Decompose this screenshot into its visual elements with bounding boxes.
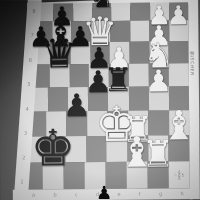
chessboard: ♙♘♙♗♙ 87654321 abcdefgh ⒻFISCHER ♞♟♟♟♟♝♟… xyxy=(0,0,200,200)
piece-white-pawn-g4[interactable]: ♟ xyxy=(143,66,173,96)
piece-black-king-b1[interactable]: ♚ xyxy=(28,124,78,174)
photo-scene: ♙♘♙♗♙ 87654321 abcdefgh ⒻFISCHER ♞♟♟♟♟♝♟… xyxy=(0,0,200,200)
piece-black-pawn-c3[interactable]: ♟ xyxy=(61,90,93,122)
captured-piece: ♟ xyxy=(96,184,112,200)
piece-white-rook-g1[interactable]: ♜ xyxy=(140,136,177,173)
board-pieces: ♞♟♟♟♟♝♟♛♟♛♟♟♞♟♜♟♟♚♜♝♚♝♜ xyxy=(0,0,200,200)
piece-black-queen-b5[interactable]: ♛ xyxy=(38,33,80,75)
piece-black-rook-e4[interactable]: ♜ xyxy=(102,64,135,97)
